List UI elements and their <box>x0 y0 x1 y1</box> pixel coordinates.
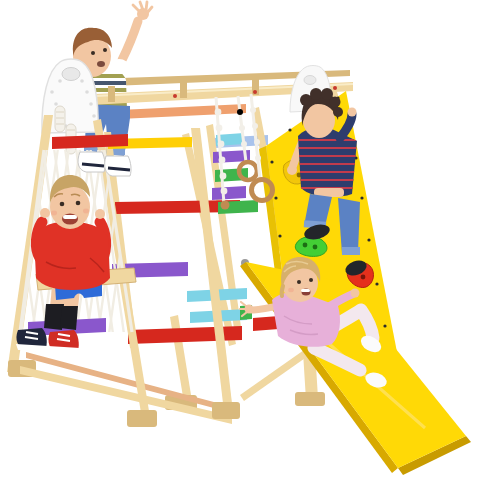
sock <box>60 306 78 330</box>
hand-on-wall <box>287 165 297 175</box>
boy-net-head <box>50 175 90 229</box>
climber-illustration <box>0 0 480 480</box>
striped-navy-shirt <box>294 127 360 197</box>
product-photo <box>0 0 480 480</box>
sneaker-navy <box>16 328 48 350</box>
grab-hole <box>62 68 80 81</box>
hand-on-rope <box>40 208 50 218</box>
sneaker-red <box>48 330 80 352</box>
grab-hole <box>304 76 316 85</box>
open-smile <box>97 61 105 67</box>
red-shirt <box>34 222 110 291</box>
hand-on-rope <box>95 209 105 219</box>
